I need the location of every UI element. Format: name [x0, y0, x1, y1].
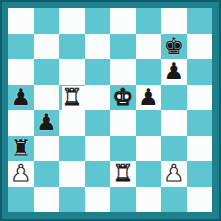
square-a5[interactable]: ♟ [8, 85, 34, 111]
square-a7[interactable] [8, 34, 34, 60]
square-d6[interactable] [85, 59, 111, 85]
square-b7[interactable] [34, 34, 60, 60]
square-d4[interactable] [85, 110, 111, 136]
square-f3[interactable] [136, 136, 162, 162]
square-f5[interactable]: ♟ [136, 85, 162, 111]
piece-black-pawn[interactable]: ♟ [138, 85, 159, 111]
square-h3[interactable] [187, 136, 213, 162]
square-b2[interactable] [34, 161, 60, 187]
square-b1[interactable] [34, 187, 60, 213]
square-e2[interactable]: ♜ [110, 161, 136, 187]
square-b5[interactable] [34, 85, 60, 111]
square-h4[interactable] [187, 110, 213, 136]
square-g8[interactable] [161, 8, 187, 34]
chess-board: ♚♟♟♜♚♟♟♜♟♜♟ [8, 8, 212, 212]
square-h7[interactable] [187, 34, 213, 60]
square-g4[interactable] [161, 110, 187, 136]
piece-black-rook[interactable]: ♜ [10, 136, 31, 162]
piece-black-pawn[interactable]: ♟ [163, 59, 184, 85]
square-g3[interactable] [161, 136, 187, 162]
square-c5[interactable]: ♜ [59, 85, 85, 111]
square-d8[interactable] [85, 8, 111, 34]
square-a2[interactable]: ♟ [8, 161, 34, 187]
square-f1[interactable] [136, 187, 162, 213]
square-h5[interactable] [187, 85, 213, 111]
square-c8[interactable] [59, 8, 85, 34]
square-a4[interactable] [8, 110, 34, 136]
square-a6[interactable] [8, 59, 34, 85]
square-d3[interactable] [85, 136, 111, 162]
square-g5[interactable] [161, 85, 187, 111]
piece-white-king[interactable]: ♚ [112, 85, 133, 111]
square-f4[interactable] [136, 110, 162, 136]
square-b3[interactable] [34, 136, 60, 162]
square-h1[interactable] [187, 187, 213, 213]
square-a3[interactable]: ♜ [8, 136, 34, 162]
square-f7[interactable] [136, 34, 162, 60]
square-b8[interactable] [34, 8, 60, 34]
square-f2[interactable] [136, 161, 162, 187]
square-c4[interactable] [59, 110, 85, 136]
square-e4[interactable] [110, 110, 136, 136]
square-c1[interactable] [59, 187, 85, 213]
square-c7[interactable] [59, 34, 85, 60]
square-e6[interactable] [110, 59, 136, 85]
square-e5[interactable]: ♚ [110, 85, 136, 111]
piece-white-pawn[interactable]: ♟ [10, 161, 31, 187]
square-g7[interactable]: ♚ [161, 34, 187, 60]
square-e7[interactable] [110, 34, 136, 60]
square-f6[interactable] [136, 59, 162, 85]
square-h8[interactable] [187, 8, 213, 34]
square-d7[interactable] [85, 34, 111, 60]
piece-white-pawn[interactable]: ♟ [163, 161, 184, 187]
square-h6[interactable] [187, 59, 213, 85]
square-c6[interactable] [59, 59, 85, 85]
piece-black-pawn[interactable]: ♟ [10, 85, 31, 111]
piece-white-rook[interactable]: ♜ [61, 85, 82, 111]
square-e1[interactable] [110, 187, 136, 213]
square-h2[interactable] [187, 161, 213, 187]
square-b4[interactable]: ♟ [34, 110, 60, 136]
square-g6[interactable]: ♟ [161, 59, 187, 85]
square-d5[interactable] [85, 85, 111, 111]
square-c3[interactable] [59, 136, 85, 162]
square-a8[interactable] [8, 8, 34, 34]
square-e8[interactable] [110, 8, 136, 34]
square-g2[interactable]: ♟ [161, 161, 187, 187]
piece-white-rook[interactable]: ♜ [112, 161, 133, 187]
square-g1[interactable] [161, 187, 187, 213]
square-c2[interactable] [59, 161, 85, 187]
square-d1[interactable] [85, 187, 111, 213]
square-d2[interactable] [85, 161, 111, 187]
board-frame: ♚♟♟♜♚♟♟♜♟♜♟ [0, 0, 221, 221]
square-a1[interactable] [8, 187, 34, 213]
square-f8[interactable] [136, 8, 162, 34]
piece-black-king[interactable]: ♚ [163, 34, 184, 60]
square-b6[interactable] [34, 59, 60, 85]
square-e3[interactable] [110, 136, 136, 162]
piece-black-pawn[interactable]: ♟ [36, 110, 57, 136]
